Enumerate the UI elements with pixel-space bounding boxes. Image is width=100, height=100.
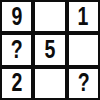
- puzzle-image: 9 1 ? 5 2 ?: [0, 0, 100, 100]
- cell-value: 2: [11, 70, 22, 96]
- cell-r1c1: 9: [2, 2, 31, 31]
- cell-value: 1: [78, 4, 89, 30]
- cell-r1c2: [35, 2, 64, 31]
- cell-r2c3: [69, 35, 98, 64]
- cell-r3c3: ?: [69, 69, 98, 98]
- cell-r3c2: [35, 69, 64, 98]
- cell-r1c3: 1: [69, 2, 98, 31]
- cell-value: 5: [45, 37, 56, 63]
- cell-r2c2: 5: [35, 35, 64, 64]
- cell-value: ?: [77, 70, 89, 96]
- cell-value: ?: [11, 37, 23, 63]
- cell-r2c1: ?: [2, 35, 31, 64]
- puzzle-board: 9 1 ? 5 2 ?: [0, 0, 100, 100]
- cell-value: 9: [11, 4, 22, 30]
- cell-r3c1: 2: [2, 69, 31, 98]
